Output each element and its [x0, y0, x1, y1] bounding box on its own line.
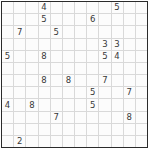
cell-r0c5[interactable] — [63, 2, 74, 13]
cell-r7c8[interactable] — [99, 87, 110, 98]
cell-r4c5[interactable] — [63, 51, 74, 62]
cell-r3c7[interactable] — [87, 39, 98, 50]
cell-r6c0[interactable] — [2, 75, 13, 86]
cell-r8c9[interactable] — [112, 99, 123, 110]
cell-r2c0[interactable] — [2, 26, 13, 37]
cell-r2c8[interactable] — [99, 26, 110, 37]
cell-r8c8[interactable] — [99, 99, 110, 110]
cell-r6c3: 8 — [39, 75, 50, 86]
cell-r4c4[interactable] — [51, 51, 62, 62]
cell-r2c3[interactable] — [39, 26, 50, 37]
cell-r10c11[interactable] — [136, 124, 147, 135]
cell-r0c11[interactable] — [136, 2, 147, 13]
cell-r8c7: 5 — [87, 99, 98, 110]
cell-r0c8[interactable] — [99, 2, 110, 13]
puzzle-board: 45567533585488757485782 — [2, 2, 147, 147]
cell-r10c0[interactable] — [2, 124, 13, 135]
cell-r11c1: 2 — [14, 136, 25, 147]
cell-r0c4[interactable] — [51, 2, 62, 13]
cell-r9c7[interactable] — [87, 112, 98, 123]
cell-r4c8: 5 — [99, 51, 110, 62]
cell-r9c10: 8 — [124, 112, 135, 123]
cell-r9c4: 7 — [51, 112, 62, 123]
cell-r9c0[interactable] — [2, 112, 13, 123]
cell-r9c6[interactable] — [75, 112, 86, 123]
cell-r8c6[interactable] — [75, 99, 86, 110]
cell-r1c1[interactable] — [14, 14, 25, 25]
cell-r10c10[interactable] — [124, 124, 135, 135]
cell-r1c8[interactable] — [99, 14, 110, 25]
cell-r0c2[interactable] — [26, 2, 37, 13]
cell-r1c9[interactable] — [112, 14, 123, 25]
cell-r11c10[interactable] — [124, 136, 135, 147]
cell-r8c5[interactable] — [63, 99, 74, 110]
cell-r5c0[interactable] — [2, 63, 13, 74]
cell-r1c10[interactable] — [124, 14, 135, 25]
cell-r11c3[interactable] — [39, 136, 50, 147]
cell-r3c4[interactable] — [51, 39, 62, 50]
cell-r7c10: 7 — [124, 87, 135, 98]
cell-r8c10[interactable] — [124, 99, 135, 110]
cell-r8c11[interactable] — [136, 99, 147, 110]
cell-r4c11[interactable] — [136, 51, 147, 62]
cell-r3c11[interactable] — [136, 39, 147, 50]
cell-r10c6[interactable] — [75, 124, 86, 135]
cell-r5c1[interactable] — [14, 63, 25, 74]
cell-r5c4[interactable] — [51, 63, 62, 74]
cell-r5c5[interactable] — [63, 63, 74, 74]
cell-r7c6[interactable] — [75, 87, 86, 98]
cell-r11c11[interactable] — [136, 136, 147, 147]
cell-r7c5[interactable] — [63, 87, 74, 98]
cell-r10c8[interactable] — [99, 124, 110, 135]
cell-r4c7[interactable] — [87, 51, 98, 62]
cell-r5c7[interactable] — [87, 63, 98, 74]
cell-r4c10[interactable] — [124, 51, 135, 62]
cell-r8c1[interactable] — [14, 99, 25, 110]
cell-r0c9: 5 — [112, 2, 123, 13]
cell-r0c3: 4 — [39, 2, 50, 13]
cell-r9c8[interactable] — [99, 112, 110, 123]
cell-r6c7[interactable] — [87, 75, 98, 86]
cell-r7c7: 5 — [87, 87, 98, 98]
cell-r0c0[interactable] — [2, 2, 13, 13]
cell-r1c4[interactable] — [51, 14, 62, 25]
puzzle-frame: 45567533585488757485782 — [1, 1, 148, 148]
cell-r6c10[interactable] — [124, 75, 135, 86]
cell-r11c9[interactable] — [112, 136, 123, 147]
cell-r6c2[interactable] — [26, 75, 37, 86]
cell-r4c1[interactable] — [14, 51, 25, 62]
cell-r0c6[interactable] — [75, 2, 86, 13]
cell-r3c6[interactable] — [75, 39, 86, 50]
cell-r11c5[interactable] — [63, 136, 74, 147]
cell-r2c11[interactable] — [136, 26, 147, 37]
cell-r7c11[interactable] — [136, 87, 147, 98]
cell-r9c11[interactable] — [136, 112, 147, 123]
cell-r11c0[interactable] — [2, 136, 13, 147]
cell-r2c7[interactable] — [87, 26, 98, 37]
cell-r2c4: 5 — [51, 26, 62, 37]
cell-r4c2[interactable] — [26, 51, 37, 62]
cell-r10c4[interactable] — [51, 124, 62, 135]
cell-r3c2[interactable] — [26, 39, 37, 50]
cell-r5c2[interactable] — [26, 63, 37, 74]
cell-r4c3: 8 — [39, 51, 50, 62]
cell-r9c1[interactable] — [14, 112, 25, 123]
cell-r5c10[interactable] — [124, 63, 135, 74]
cell-r1c7: 6 — [87, 14, 98, 25]
cell-r11c4[interactable] — [51, 136, 62, 147]
cell-r10c1[interactable] — [14, 124, 25, 135]
cell-r10c9[interactable] — [112, 124, 123, 135]
cell-r1c2[interactable] — [26, 14, 37, 25]
cell-r1c6[interactable] — [75, 14, 86, 25]
cell-r7c1[interactable] — [14, 87, 25, 98]
cell-r8c4[interactable] — [51, 99, 62, 110]
cell-r0c10[interactable] — [124, 2, 135, 13]
cell-r2c10[interactable] — [124, 26, 135, 37]
cell-r3c10[interactable] — [124, 39, 135, 50]
cell-r3c5[interactable] — [63, 39, 74, 50]
cell-r5c6[interactable] — [75, 63, 86, 74]
cell-r4c6[interactable] — [75, 51, 86, 62]
cell-r6c11[interactable] — [136, 75, 147, 86]
cell-r7c0[interactable] — [2, 87, 13, 98]
cell-r2c9[interactable] — [112, 26, 123, 37]
cell-r0c7[interactable] — [87, 2, 98, 13]
cell-r8c0: 4 — [2, 99, 13, 110]
cell-r6c8: 7 — [99, 75, 110, 86]
cell-r10c5[interactable] — [63, 124, 74, 135]
cell-r9c2[interactable] — [26, 112, 37, 123]
cell-r0c1[interactable] — [14, 2, 25, 13]
cell-r7c4[interactable] — [51, 87, 62, 98]
cell-r7c3[interactable] — [39, 87, 50, 98]
cell-r9c3[interactable] — [39, 112, 50, 123]
cell-r8c2: 8 — [26, 99, 37, 110]
cell-r1c0[interactable] — [2, 14, 13, 25]
cell-r5c8[interactable] — [99, 63, 110, 74]
cell-r4c9: 4 — [112, 51, 123, 62]
cell-r10c2[interactable] — [26, 124, 37, 135]
cell-r2c6[interactable] — [75, 26, 86, 37]
cell-r7c9[interactable] — [112, 87, 123, 98]
cell-r1c3: 5 — [39, 14, 50, 25]
cell-r6c1[interactable] — [14, 75, 25, 86]
cell-r6c4[interactable] — [51, 75, 62, 86]
cell-r5c11[interactable] — [136, 63, 147, 74]
cell-r1c5[interactable] — [63, 14, 74, 25]
cell-r1c11[interactable] — [136, 14, 147, 25]
cell-r6c9[interactable] — [112, 75, 123, 86]
cell-r10c7[interactable] — [87, 124, 98, 135]
cell-r4c0: 5 — [2, 51, 13, 62]
cell-r3c8: 3 — [99, 39, 110, 50]
cell-r11c2[interactable] — [26, 136, 37, 147]
cell-r2c1: 7 — [14, 26, 25, 37]
cell-r3c3[interactable] — [39, 39, 50, 50]
cell-r8c3[interactable] — [39, 99, 50, 110]
cell-r11c7[interactable] — [87, 136, 98, 147]
cell-r11c6[interactable] — [75, 136, 86, 147]
cell-r5c9[interactable] — [112, 63, 123, 74]
cell-r3c9: 3 — [112, 39, 123, 50]
cell-r2c2[interactable] — [26, 26, 37, 37]
cell-r9c5[interactable] — [63, 112, 74, 123]
cell-r6c5: 8 — [63, 75, 74, 86]
cell-r9c9[interactable] — [112, 112, 123, 123]
cell-r5c3[interactable] — [39, 63, 50, 74]
cell-r6c6[interactable] — [75, 75, 86, 86]
cell-r3c1[interactable] — [14, 39, 25, 50]
cell-r10c3[interactable] — [39, 124, 50, 135]
cell-r7c2[interactable] — [26, 87, 37, 98]
cell-r2c5[interactable] — [63, 26, 74, 37]
cell-r11c8[interactable] — [99, 136, 110, 147]
cell-r3c0[interactable] — [2, 39, 13, 50]
